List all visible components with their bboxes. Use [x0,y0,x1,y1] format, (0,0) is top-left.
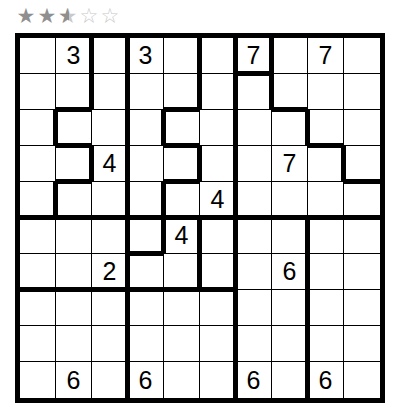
given-digit: 4 [175,221,189,250]
cell-r6-c8[interactable] [272,218,308,254]
cell-r3-c3[interactable] [92,110,128,146]
cell-r7-c9[interactable] [308,254,344,290]
cell-r5-c3[interactable] [92,182,128,218]
cell-r5-c8[interactable] [272,182,308,218]
cell-r1-c8[interactable] [272,38,308,74]
cell-r4-c9[interactable] [308,146,344,182]
cell-r2-c7[interactable] [236,74,272,110]
cell-r4-c6[interactable] [200,146,236,182]
cell-r6-c10[interactable] [344,218,380,254]
given-digit: 3 [67,41,81,70]
cell-r10-c1[interactable] [20,362,56,398]
given-digit: 7 [319,41,333,70]
cell-r8-c6[interactable] [200,290,236,326]
given-digit: 3 [139,41,153,70]
cell-r7-c4[interactable] [128,254,164,290]
cell-r7-c7[interactable] [236,254,272,290]
cell-r6-c4[interactable] [128,218,164,254]
cell-r2-c6[interactable] [200,74,236,110]
cell-r6-c5[interactable]: 4 [164,218,200,254]
cell-r1-c3[interactable] [92,38,128,74]
cell-r2-c10[interactable] [344,74,380,110]
cell-r7-c6[interactable] [200,254,236,290]
cell-r8-c7[interactable] [236,290,272,326]
cell-r5-c5[interactable] [164,182,200,218]
cell-r8-c8[interactable] [272,290,308,326]
given-digit: 6 [139,366,153,395]
cell-r8-c5[interactable] [164,290,200,326]
cell-r5-c7[interactable] [236,182,272,218]
given-digit: 2 [103,257,117,286]
cell-r5-c10[interactable] [344,182,380,218]
cell-r3-c2[interactable] [56,110,92,146]
cell-r3-c10[interactable] [344,110,380,146]
cell-r9-c3[interactable] [92,326,128,362]
cell-r4-c3[interactable]: 4 [92,146,128,182]
given-digit: 4 [103,149,117,178]
star-icon-full: ★ [16,5,37,27]
cell-r9-c8[interactable] [272,326,308,362]
cell-r9-c5[interactable] [164,326,200,362]
cell-r8-c10[interactable] [344,290,380,326]
cell-r4-c8[interactable]: 7 [272,146,308,182]
cell-r2-c9[interactable] [308,74,344,110]
cell-r1-c2[interactable]: 3 [56,38,92,74]
difficulty-rating: ★★★★☆☆ [16,4,121,28]
cell-r10-c7[interactable]: 6 [236,362,272,398]
cell-r6-c3[interactable] [92,218,128,254]
star-half-overlay: ★ [58,5,69,27]
cell-r8-c9[interactable] [308,290,344,326]
cell-r9-c6[interactable] [200,326,236,362]
cell-r5-c2[interactable] [56,182,92,218]
cell-r10-c4[interactable]: 6 [128,362,164,398]
given-digit: 7 [247,41,261,70]
puzzle-board: 33774744266666 [15,33,385,403]
cell-r10-c5[interactable] [164,362,200,398]
cell-r10-c10[interactable] [344,362,380,398]
cell-r7-c10[interactable] [344,254,380,290]
cell-r5-c4[interactable] [128,182,164,218]
cell-r7-c8[interactable]: 6 [272,254,308,290]
cell-r2-c1[interactable] [20,74,56,110]
cell-r9-c7[interactable] [236,326,272,362]
star-icon-half: ★★ [58,5,79,27]
cell-r1-c4[interactable]: 3 [128,38,164,74]
star-icon-empty: ☆ [79,5,100,27]
cell-r3-c4[interactable] [128,110,164,146]
cell-r4-c10[interactable] [344,146,380,182]
cell-r3-c8[interactable] [272,110,308,146]
cell-r1-c10[interactable] [344,38,380,74]
cell-r3-c9[interactable] [308,110,344,146]
cell-r3-c6[interactable] [200,110,236,146]
cell-r9-c9[interactable] [308,326,344,362]
given-digit: 6 [247,366,261,395]
cell-r4-c1[interactable] [20,146,56,182]
cell-r5-c6[interactable]: 4 [200,182,236,218]
cell-r9-c10[interactable] [344,326,380,362]
cell-r6-c1[interactable] [20,218,56,254]
cell-r10-c6[interactable] [200,362,236,398]
cell-r3-c5[interactable] [164,110,200,146]
cell-r4-c4[interactable] [128,146,164,182]
cell-r10-c8[interactable] [272,362,308,398]
cell-r7-c1[interactable] [20,254,56,290]
cell-r3-c7[interactable] [236,110,272,146]
cell-r4-c5[interactable] [164,146,200,182]
given-digit: 4 [211,185,225,214]
cell-r8-c4[interactable] [128,290,164,326]
cell-r1-c7[interactable]: 7 [236,38,272,74]
cell-r10-c3[interactable] [92,362,128,398]
cell-r4-c2[interactable] [56,146,92,182]
cell-r2-c8[interactable] [272,74,308,110]
cell-r1-c9[interactable]: 7 [308,38,344,74]
cell-r9-c1[interactable] [20,326,56,362]
cell-r5-c1[interactable] [20,182,56,218]
cell-r2-c4[interactable] [128,74,164,110]
cell-r8-c1[interactable] [20,290,56,326]
cell-r6-c6[interactable] [200,218,236,254]
cell-r10-c9[interactable]: 6 [308,362,344,398]
given-digit: 6 [319,366,333,395]
cell-r6-c2[interactable] [56,218,92,254]
cell-r7-c2[interactable] [56,254,92,290]
cell-r8-c2[interactable] [56,290,92,326]
cell-r1-c5[interactable] [164,38,200,74]
cell-r6-c9[interactable] [308,218,344,254]
cell-r4-c7[interactable] [236,146,272,182]
given-digit: 7 [283,149,297,178]
cell-r5-c9[interactable] [308,182,344,218]
cell-r9-c2[interactable] [56,326,92,362]
cell-r3-c1[interactable] [20,110,56,146]
cell-r2-c3[interactable] [92,74,128,110]
cell-r6-c7[interactable] [236,218,272,254]
puzzle-page: ★★★★☆☆ 33774744266666 [0,0,395,412]
cell-r7-c5[interactable] [164,254,200,290]
given-digit: 6 [283,257,297,286]
star-icon-full: ★ [37,5,58,27]
given-digit: 6 [67,366,81,395]
star-icon-empty: ☆ [100,5,121,27]
cell-r9-c4[interactable] [128,326,164,362]
cell-r8-c3[interactable] [92,290,128,326]
cell-r7-c3[interactable]: 2 [92,254,128,290]
cell-r1-c1[interactable] [20,38,56,74]
cell-r1-c6[interactable] [200,38,236,74]
cell-r10-c2[interactable]: 6 [56,362,92,398]
cell-r2-c2[interactable] [56,74,92,110]
cell-r2-c5[interactable] [164,74,200,110]
